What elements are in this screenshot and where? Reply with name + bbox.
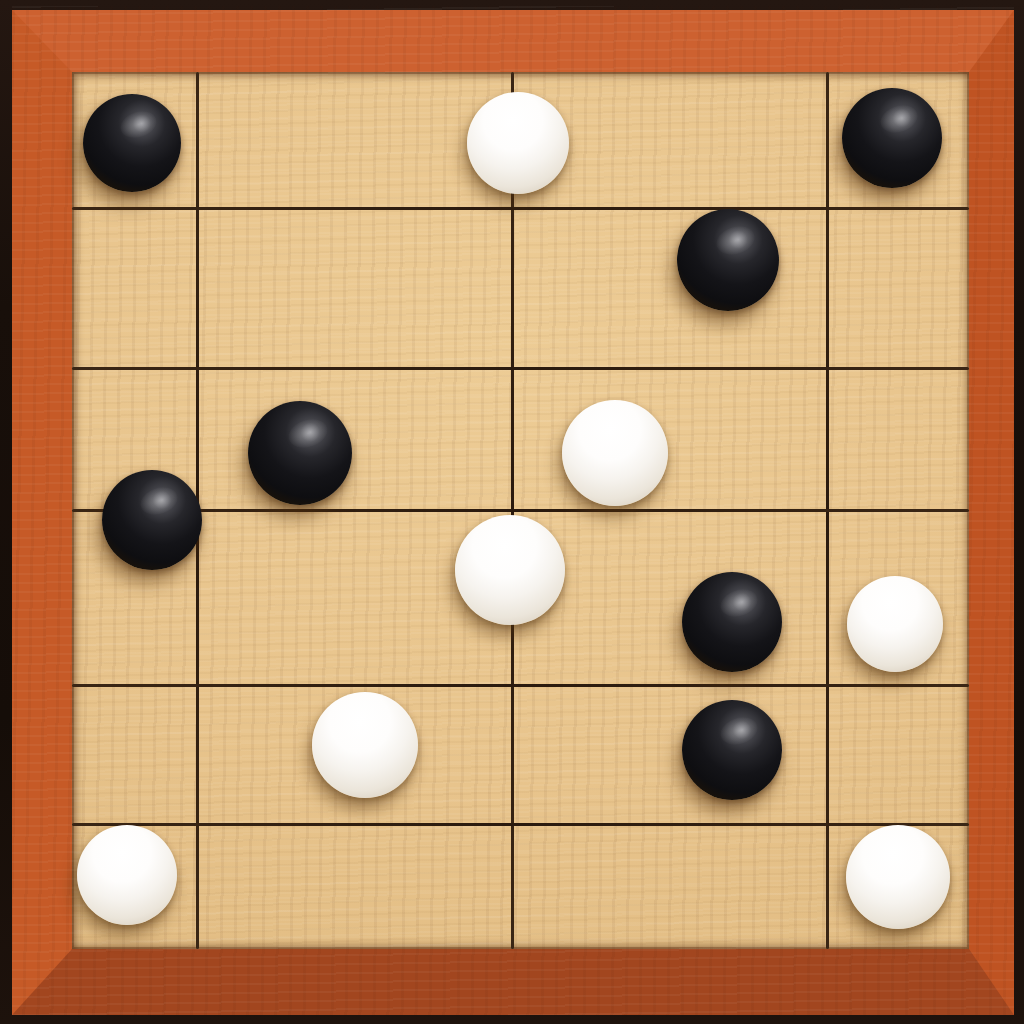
stone-white[interactable]	[467, 92, 569, 194]
stone-black[interactable]	[677, 209, 779, 311]
stone-white[interactable]	[312, 692, 418, 798]
stone-black[interactable]	[83, 94, 181, 192]
goban-board	[0, 0, 1024, 1024]
stone-black[interactable]	[682, 572, 782, 672]
stone-white[interactable]	[77, 825, 177, 925]
stone-black[interactable]	[842, 88, 942, 188]
stone-black[interactable]	[102, 470, 202, 570]
stone-white[interactable]	[455, 515, 565, 625]
stones-layer	[0, 0, 1024, 1024]
stone-black[interactable]	[682, 700, 782, 800]
stone-white[interactable]	[846, 825, 950, 929]
stone-white[interactable]	[847, 576, 943, 672]
stone-white[interactable]	[562, 400, 668, 506]
stone-black[interactable]	[248, 401, 352, 505]
